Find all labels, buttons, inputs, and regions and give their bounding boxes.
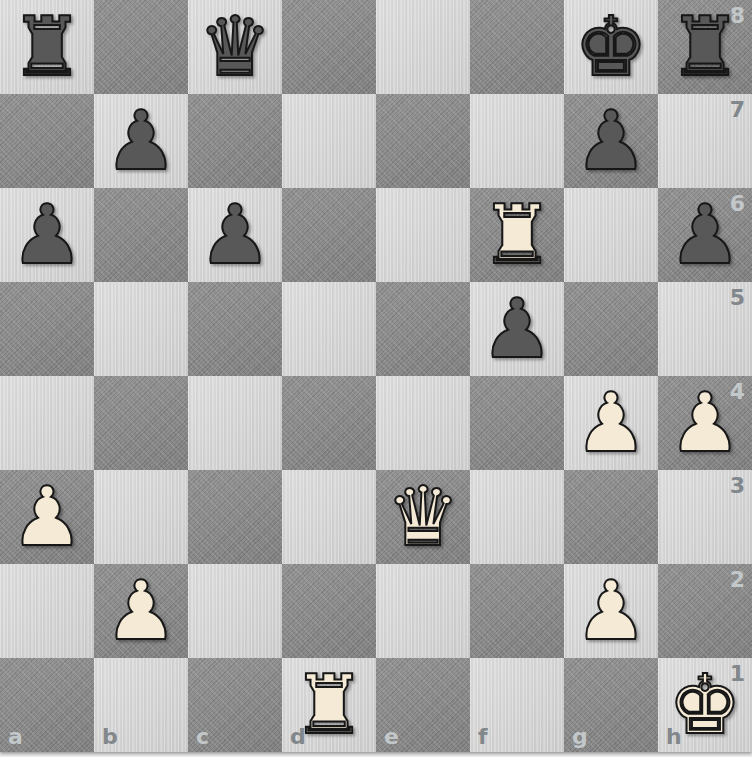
piece-white-queen[interactable]: ♛ <box>386 470 460 564</box>
piece-white-pawn[interactable]: ♟ <box>574 564 648 658</box>
square-a8[interactable]: ♜ <box>0 0 94 94</box>
coord-file-e: e <box>384 726 399 748</box>
square-e7[interactable] <box>376 94 470 188</box>
square-e8[interactable] <box>376 0 470 94</box>
coord-rank-7: 7 <box>730 99 745 121</box>
square-a4[interactable] <box>0 376 94 470</box>
piece-black-pawn[interactable]: ♟ <box>104 94 178 188</box>
square-a5[interactable] <box>0 282 94 376</box>
piece-white-pawn[interactable]: ♟ <box>574 376 648 470</box>
square-h3[interactable]: 3 <box>658 470 752 564</box>
piece-black-rook[interactable]: ♜ <box>668 0 742 94</box>
piece-white-rook[interactable]: ♜ <box>480 188 554 282</box>
piece-black-pawn[interactable]: ♟ <box>480 282 554 376</box>
square-f7[interactable] <box>470 94 564 188</box>
square-c1[interactable]: c <box>188 658 282 752</box>
square-g1[interactable]: g <box>564 658 658 752</box>
square-g5[interactable] <box>564 282 658 376</box>
square-f3[interactable] <box>470 470 564 564</box>
square-c2[interactable] <box>188 564 282 658</box>
square-e1[interactable]: e <box>376 658 470 752</box>
square-h8[interactable]: 8♜ <box>658 0 752 94</box>
square-f1[interactable]: f <box>470 658 564 752</box>
square-d4[interactable] <box>282 376 376 470</box>
coord-file-c: c <box>196 726 209 748</box>
square-b4[interactable] <box>94 376 188 470</box>
square-g2[interactable]: ♟ <box>564 564 658 658</box>
coord-rank-3: 3 <box>730 475 745 497</box>
square-c6[interactable]: ♟ <box>188 188 282 282</box>
square-b8[interactable] <box>94 0 188 94</box>
piece-black-rook[interactable]: ♜ <box>10 0 84 94</box>
piece-white-pawn[interactable]: ♟ <box>10 470 84 564</box>
square-h2[interactable]: 2 <box>658 564 752 658</box>
square-h7[interactable]: 7 <box>658 94 752 188</box>
square-a2[interactable] <box>0 564 94 658</box>
square-e4[interactable] <box>376 376 470 470</box>
square-e2[interactable] <box>376 564 470 658</box>
piece-black-queen[interactable]: ♛ <box>198 0 272 94</box>
coord-file-g: g <box>572 726 588 748</box>
square-d1[interactable]: d♜ <box>282 658 376 752</box>
square-f8[interactable] <box>470 0 564 94</box>
square-c5[interactable] <box>188 282 282 376</box>
square-g3[interactable] <box>564 470 658 564</box>
square-g8[interactable]: ♚ <box>564 0 658 94</box>
square-b7[interactable]: ♟ <box>94 94 188 188</box>
square-c4[interactable] <box>188 376 282 470</box>
square-b1[interactable]: b <box>94 658 188 752</box>
coord-file-b: b <box>102 726 118 748</box>
piece-white-rook[interactable]: ♜ <box>292 658 366 752</box>
piece-black-pawn[interactable]: ♟ <box>198 188 272 282</box>
piece-white-pawn[interactable]: ♟ <box>668 376 742 470</box>
square-a3[interactable]: ♟ <box>0 470 94 564</box>
piece-black-pawn[interactable]: ♟ <box>10 188 84 282</box>
page: ♜♛♚8♜♟♟7♟♟♜6♟♟5♟4♟♟♛3♟♟2abcd♜efg1h♚ <box>0 0 752 757</box>
coord-rank-5: 5 <box>730 287 745 309</box>
square-h6[interactable]: 6♟ <box>658 188 752 282</box>
chess-board: ♜♛♚8♜♟♟7♟♟♜6♟♟5♟4♟♟♛3♟♟2abcd♜efg1h♚ <box>0 0 752 752</box>
piece-white-king[interactable]: ♚ <box>668 658 742 752</box>
square-a7[interactable] <box>0 94 94 188</box>
square-h1[interactable]: 1h♚ <box>658 658 752 752</box>
square-d7[interactable] <box>282 94 376 188</box>
square-e5[interactable] <box>376 282 470 376</box>
square-g6[interactable] <box>564 188 658 282</box>
square-f6[interactable]: ♜ <box>470 188 564 282</box>
square-c7[interactable] <box>188 94 282 188</box>
square-h5[interactable]: 5 <box>658 282 752 376</box>
square-b5[interactable] <box>94 282 188 376</box>
square-f4[interactable] <box>470 376 564 470</box>
square-g7[interactable]: ♟ <box>564 94 658 188</box>
coord-rank-2: 2 <box>730 569 745 591</box>
coord-file-a: a <box>8 726 23 748</box>
square-d5[interactable] <box>282 282 376 376</box>
square-d8[interactable] <box>282 0 376 94</box>
square-a1[interactable]: a <box>0 658 94 752</box>
square-b2[interactable]: ♟ <box>94 564 188 658</box>
square-g4[interactable]: ♟ <box>564 376 658 470</box>
square-e3[interactable]: ♛ <box>376 470 470 564</box>
square-d6[interactable] <box>282 188 376 282</box>
square-e6[interactable] <box>376 188 470 282</box>
coord-file-f: f <box>478 726 488 748</box>
square-a6[interactable]: ♟ <box>0 188 94 282</box>
square-d2[interactable] <box>282 564 376 658</box>
square-f5[interactable]: ♟ <box>470 282 564 376</box>
square-d3[interactable] <box>282 470 376 564</box>
square-b6[interactable] <box>94 188 188 282</box>
piece-black-king[interactable]: ♚ <box>574 0 648 94</box>
piece-black-pawn[interactable]: ♟ <box>668 188 742 282</box>
piece-white-pawn[interactable]: ♟ <box>104 564 178 658</box>
square-b3[interactable] <box>94 470 188 564</box>
piece-black-pawn[interactable]: ♟ <box>574 94 648 188</box>
square-f2[interactable] <box>470 564 564 658</box>
square-h4[interactable]: 4♟ <box>658 376 752 470</box>
square-c8[interactable]: ♛ <box>188 0 282 94</box>
square-c3[interactable] <box>188 470 282 564</box>
